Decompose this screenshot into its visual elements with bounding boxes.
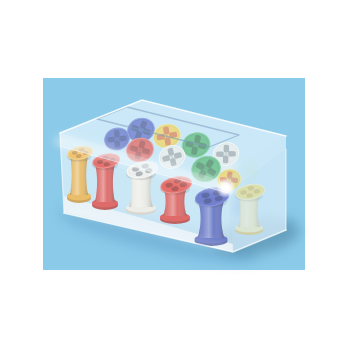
product-photo-stage	[0, 0, 350, 350]
corner-highlight-core	[223, 185, 229, 191]
photo-canvas	[0, 0, 350, 350]
